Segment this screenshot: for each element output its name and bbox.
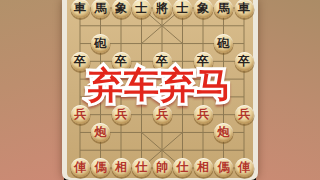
board-point-r9c3[interactable]: 仕 (131, 159, 152, 177)
board-point-r1c1[interactable] (90, 17, 111, 35)
board-point-r0c5[interactable]: 士 (172, 0, 193, 17)
piece-black-elephant[interactable]: 象 (112, 0, 131, 18)
board-point-r1c3[interactable] (131, 17, 152, 35)
board-point-r8c2[interactable] (111, 141, 132, 159)
board-point-r8c8[interactable] (234, 141, 255, 159)
board-point-r7c2[interactable] (111, 123, 132, 141)
board-point-r8c1[interactable] (90, 141, 111, 159)
piece-red-advisor[interactable]: 仕 (173, 158, 192, 177)
piece-black-general[interactable]: 將 (153, 0, 172, 18)
board-point-r9c1[interactable]: 傌 (90, 159, 111, 177)
board-point-r7c5[interactable] (172, 123, 193, 141)
board-point-r0c2[interactable]: 象 (111, 0, 132, 17)
board-point-r7c4[interactable] (152, 123, 173, 141)
board-point-r8c6[interactable] (193, 141, 214, 159)
piece-black-chariot[interactable]: 車 (235, 0, 254, 18)
board-point-r0c6[interactable]: 象 (193, 0, 214, 17)
board-point-r7c0[interactable] (70, 123, 91, 141)
board-point-r9c7[interactable]: 傌 (213, 159, 234, 177)
board-point-r8c7[interactable] (213, 141, 234, 159)
piece-red-elephant[interactable]: 相 (194, 158, 213, 177)
board-point-r1c5[interactable] (172, 17, 193, 35)
board-point-r9c4[interactable]: 帥 (152, 159, 173, 177)
board-point-r0c1[interactable]: 馬 (90, 0, 111, 17)
board-point-r0c8[interactable]: 車 (234, 0, 255, 17)
board-point-r7c7[interactable]: 炮 (213, 123, 234, 141)
piece-red-elephant[interactable]: 相 (112, 158, 131, 177)
board-point-r1c0[interactable] (70, 17, 91, 35)
piece-red-general[interactable]: 帥 (153, 158, 172, 177)
board-point-r9c6[interactable]: 相 (193, 159, 214, 177)
piece-black-advisor[interactable]: 士 (132, 0, 151, 18)
board-point-r0c7[interactable]: 馬 (213, 0, 234, 17)
board-point-r2c3[interactable] (131, 35, 152, 53)
piece-black-horse[interactable]: 馬 (214, 0, 233, 18)
board-point-r1c4[interactable] (152, 17, 173, 35)
board-point-r7c1[interactable]: 炮 (90, 123, 111, 141)
board-point-r1c7[interactable] (213, 17, 234, 35)
piece-red-cannon[interactable]: 炮 (214, 123, 233, 142)
board-point-r8c0[interactable] (70, 141, 91, 159)
board-point-r2c0[interactable] (70, 35, 91, 53)
board-point-r9c8[interactable]: 俥 (234, 159, 255, 177)
board-point-r0c4[interactable]: 將 (152, 0, 173, 17)
board-point-r1c8[interactable] (234, 17, 255, 35)
board-point-r9c2[interactable]: 相 (111, 159, 132, 177)
board-point-r2c7[interactable]: 砲 (213, 35, 234, 53)
board-point-r8c3[interactable] (131, 141, 152, 159)
piece-red-advisor[interactable]: 仕 (132, 158, 151, 177)
caption-overlay: 弃车弃马 (0, 62, 320, 109)
board-point-r8c4[interactable] (152, 141, 173, 159)
piece-red-chariot[interactable]: 俥 (235, 158, 254, 177)
board-point-r2c4[interactable] (152, 35, 173, 53)
piece-black-horse[interactable]: 馬 (91, 0, 110, 18)
board-point-r7c8[interactable] (234, 123, 255, 141)
board-point-r0c3[interactable]: 士 (131, 0, 152, 17)
board-point-r2c8[interactable] (234, 35, 255, 53)
board-point-r2c2[interactable] (111, 35, 132, 53)
board-point-r0c0[interactable]: 車 (70, 0, 91, 17)
piece-red-cannon[interactable]: 炮 (91, 123, 110, 142)
board-point-r9c0[interactable]: 俥 (70, 159, 91, 177)
piece-red-horse[interactable]: 傌 (214, 158, 233, 177)
video-frame: 車馬象士將士象馬車砲砲卒卒卒卒卒兵兵兵兵兵炮炮俥傌相仕帥仕相傌俥 弃车弃马 (0, 0, 320, 180)
piece-black-cannon[interactable]: 砲 (91, 34, 110, 53)
board-point-r1c2[interactable] (111, 17, 132, 35)
board-point-r7c6[interactable] (193, 123, 214, 141)
board-point-r2c5[interactable] (172, 35, 193, 53)
board-point-r2c1[interactable]: 砲 (90, 35, 111, 53)
board-point-r1c6[interactable] (193, 17, 214, 35)
piece-black-chariot[interactable]: 車 (71, 0, 90, 18)
piece-black-elephant[interactable]: 象 (194, 0, 213, 18)
board-point-r9c5[interactable]: 仕 (172, 159, 193, 177)
board-point-r7c3[interactable] (131, 123, 152, 141)
board-point-r2c6[interactable] (193, 35, 214, 53)
board-point-r8c5[interactable] (172, 141, 193, 159)
piece-red-chariot[interactable]: 俥 (71, 158, 90, 177)
piece-black-cannon[interactable]: 砲 (214, 34, 233, 53)
piece-red-horse[interactable]: 傌 (91, 158, 110, 177)
piece-black-advisor[interactable]: 士 (173, 0, 192, 18)
